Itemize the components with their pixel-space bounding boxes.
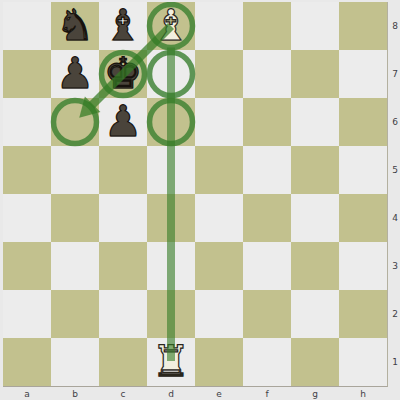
piece-black-pawn-c6[interactable]: ♟ (99, 97, 147, 145)
square-e8[interactable] (195, 2, 243, 50)
square-a4[interactable] (3, 194, 51, 242)
square-g8[interactable] (291, 2, 339, 50)
file-label-a: a (3, 389, 51, 399)
square-h4[interactable] (339, 194, 387, 242)
piece-black-bishop-c8[interactable]: ♝ (99, 1, 147, 49)
square-b3[interactable] (51, 242, 99, 290)
rank-label-4: 4 (390, 194, 400, 242)
square-c3[interactable] (99, 242, 147, 290)
rank-label-5: 5 (390, 146, 400, 194)
square-h3[interactable] (339, 242, 387, 290)
rank-label-1: 1 (390, 338, 400, 386)
square-h7[interactable] (339, 50, 387, 98)
square-d3[interactable] (147, 242, 195, 290)
square-f4[interactable] (243, 194, 291, 242)
file-label-b: b (51, 389, 99, 399)
square-c5[interactable] (99, 146, 147, 194)
square-h2[interactable] (339, 290, 387, 338)
square-g5[interactable] (291, 146, 339, 194)
square-h6[interactable] (339, 98, 387, 146)
square-g3[interactable] (291, 242, 339, 290)
square-e4[interactable] (195, 194, 243, 242)
rank-label-6: 6 (390, 98, 400, 146)
square-h5[interactable] (339, 146, 387, 194)
square-b1[interactable] (51, 338, 99, 386)
piece-white-rook-d1[interactable]: ♜ (147, 337, 195, 385)
file-label-h: h (339, 389, 387, 399)
rank-label-3: 3 (390, 242, 400, 290)
file-label-c: c (99, 389, 147, 399)
square-h1[interactable] (339, 338, 387, 386)
square-a8[interactable] (3, 2, 51, 50)
square-a5[interactable] (3, 146, 51, 194)
square-e5[interactable] (195, 146, 243, 194)
square-g2[interactable] (291, 290, 339, 338)
square-a6[interactable] (3, 98, 51, 146)
square-f7[interactable] (243, 50, 291, 98)
square-f2[interactable] (243, 290, 291, 338)
file-label-f: f (243, 389, 291, 399)
square-f5[interactable] (243, 146, 291, 194)
square-b2[interactable] (51, 290, 99, 338)
square-g1[interactable] (291, 338, 339, 386)
file-label-e: e (195, 389, 243, 399)
square-b4[interactable] (51, 194, 99, 242)
square-e6[interactable] (195, 98, 243, 146)
square-f8[interactable] (243, 2, 291, 50)
file-label-d: d (147, 389, 195, 399)
square-d6[interactable] (147, 98, 195, 146)
rank-label-7: 7 (390, 50, 400, 98)
square-g6[interactable] (291, 98, 339, 146)
square-d5[interactable] (147, 146, 195, 194)
square-a2[interactable] (3, 290, 51, 338)
square-a7[interactable] (3, 50, 51, 98)
square-d7[interactable] (147, 50, 195, 98)
square-b6[interactable] (51, 98, 99, 146)
file-label-g: g (291, 389, 339, 399)
square-e2[interactable] (195, 290, 243, 338)
square-f1[interactable] (243, 338, 291, 386)
rank-label-8: 8 (390, 2, 400, 50)
square-e1[interactable] (195, 338, 243, 386)
square-d4[interactable] (147, 194, 195, 242)
piece-black-pawn-b7[interactable]: ♟ (51, 49, 99, 97)
square-a1[interactable] (3, 338, 51, 386)
square-f6[interactable] (243, 98, 291, 146)
square-h8[interactable] (339, 2, 387, 50)
square-e3[interactable] (195, 242, 243, 290)
square-a3[interactable] (3, 242, 51, 290)
rank-label-2: 2 (390, 290, 400, 338)
square-g7[interactable] (291, 50, 339, 98)
square-b5[interactable] (51, 146, 99, 194)
square-c2[interactable] (99, 290, 147, 338)
square-c1[interactable] (99, 338, 147, 386)
piece-black-knight-b8[interactable]: ♞ (51, 1, 99, 49)
chess-puzzle-view: ♞♝♝♟♚♟♜ abcdefgh 87654321 (0, 0, 400, 400)
piece-black-king-c7[interactable]: ♚ (99, 49, 147, 97)
square-d2[interactable] (147, 290, 195, 338)
square-g4[interactable] (291, 194, 339, 242)
square-e7[interactable] (195, 50, 243, 98)
square-f3[interactable] (243, 242, 291, 290)
piece-white-bishop-d8[interactable]: ♝ (147, 1, 195, 49)
square-c4[interactable] (99, 194, 147, 242)
